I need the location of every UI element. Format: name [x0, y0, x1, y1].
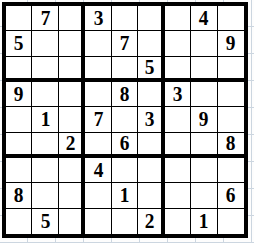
- cell-r1c2[interactable]: 7: [32, 6, 58, 31]
- given-digit: 2: [145, 210, 155, 232]
- cell-r4c8[interactable]: [191, 82, 217, 107]
- cell-r7c5[interactable]: [112, 158, 138, 183]
- cell-r9c4[interactable]: [85, 209, 111, 234]
- cell-r8c9[interactable]: 6: [218, 183, 244, 208]
- cell-r9c6[interactable]: 2: [138, 209, 164, 234]
- cell-r2c5[interactable]: 7: [112, 31, 138, 56]
- given-digit: 1: [199, 210, 209, 232]
- cell-r2c7[interactable]: [165, 31, 191, 56]
- given-digit: 1: [120, 184, 130, 206]
- cell-r9c2[interactable]: 5: [32, 209, 58, 234]
- cell-r7c2[interactable]: [32, 158, 58, 183]
- cell-r4c4[interactable]: [85, 82, 111, 107]
- cell-r5c3[interactable]: [59, 107, 85, 132]
- cell-r2c6[interactable]: [138, 31, 164, 56]
- cell-r7c8[interactable]: [191, 158, 217, 183]
- cell-r4c2[interactable]: [32, 82, 58, 107]
- cell-r3c7[interactable]: [165, 57, 191, 82]
- cell-r5c4[interactable]: 7: [85, 107, 111, 132]
- given-digit: 8: [14, 184, 24, 206]
- cell-r6c9[interactable]: 8: [218, 133, 244, 158]
- cell-r9c3[interactable]: [59, 209, 85, 234]
- cell-r8c6[interactable]: [138, 183, 164, 208]
- cell-r7c4[interactable]: 4: [85, 158, 111, 183]
- cell-r2c3[interactable]: [59, 31, 85, 56]
- given-digit: 8: [120, 83, 130, 105]
- cell-r5c2[interactable]: 1: [32, 107, 58, 132]
- cell-r4c7[interactable]: 3: [165, 82, 191, 107]
- cell-r4c3[interactable]: [59, 82, 85, 107]
- cell-r7c7[interactable]: [165, 158, 191, 183]
- given-digit: 7: [120, 32, 130, 54]
- cell-r2c1[interactable]: 5: [6, 31, 32, 56]
- cell-r5c8[interactable]: 9: [191, 107, 217, 132]
- cell-r5c9[interactable]: [218, 107, 244, 132]
- cell-r3c6[interactable]: 5: [138, 57, 164, 82]
- cell-r3c8[interactable]: [191, 57, 217, 82]
- given-digit: 3: [93, 7, 103, 29]
- cell-r7c1[interactable]: [6, 158, 32, 183]
- given-digit: 6: [120, 133, 130, 155]
- cell-r8c7[interactable]: [165, 183, 191, 208]
- cell-r6c4[interactable]: [85, 133, 111, 158]
- cell-r4c1[interactable]: 9: [6, 82, 32, 107]
- cell-r9c5[interactable]: [112, 209, 138, 234]
- given-digit: 5: [145, 57, 155, 79]
- cell-r5c5[interactable]: [112, 107, 138, 132]
- given-digit: 6: [226, 184, 236, 206]
- cell-r5c7[interactable]: [165, 107, 191, 132]
- cell-r4c5[interactable]: 8: [112, 82, 138, 107]
- cell-r8c2[interactable]: [32, 183, 58, 208]
- sudoku-page: 734579598317392684816521: [0, 0, 254, 243]
- cell-r1c9[interactable]: [218, 6, 244, 31]
- cell-r8c4[interactable]: [85, 183, 111, 208]
- cell-r1c1[interactable]: [6, 6, 32, 31]
- cell-r9c7[interactable]: [165, 209, 191, 234]
- cell-r6c3[interactable]: 2: [59, 133, 85, 158]
- cell-r8c8[interactable]: [191, 183, 217, 208]
- cell-r5c1[interactable]: [6, 107, 32, 132]
- given-digit: 5: [40, 210, 50, 232]
- cell-r6c6[interactable]: [138, 133, 164, 158]
- cell-r8c1[interactable]: 8: [6, 183, 32, 208]
- cell-r9c8[interactable]: 1: [191, 209, 217, 234]
- cell-r1c8[interactable]: 4: [191, 6, 217, 31]
- cell-r6c1[interactable]: [6, 133, 32, 158]
- cell-r8c5[interactable]: 1: [112, 183, 138, 208]
- given-digit: 4: [199, 7, 209, 29]
- cell-r3c1[interactable]: [6, 57, 32, 82]
- given-digit: 5: [14, 32, 24, 54]
- given-digit: 3: [145, 108, 155, 130]
- given-digit: 4: [93, 159, 103, 181]
- cell-r6c7[interactable]: [165, 133, 191, 158]
- cell-r6c8[interactable]: [191, 133, 217, 158]
- cell-r3c3[interactable]: [59, 57, 85, 82]
- cell-r1c5[interactable]: [112, 6, 138, 31]
- cell-r4c9[interactable]: [218, 82, 244, 107]
- given-digit: 9: [199, 108, 209, 130]
- given-digit: 8: [226, 133, 236, 155]
- cell-r2c9[interactable]: 9: [218, 31, 244, 56]
- cell-r2c4[interactable]: [85, 31, 111, 56]
- given-digit: 9: [14, 83, 24, 105]
- cell-r3c4[interactable]: [85, 57, 111, 82]
- given-digit: 7: [40, 7, 50, 29]
- cell-r7c6[interactable]: [138, 158, 164, 183]
- cell-r2c2[interactable]: [32, 31, 58, 56]
- cell-r4c6[interactable]: [138, 82, 164, 107]
- cell-r1c3[interactable]: [59, 6, 85, 31]
- given-digit: 2: [65, 133, 75, 155]
- given-digit: 9: [226, 32, 236, 54]
- given-digit: 3: [173, 83, 183, 105]
- cell-r1c6[interactable]: [138, 6, 164, 31]
- given-digit: 1: [40, 108, 50, 130]
- cell-r2c8[interactable]: [191, 31, 217, 56]
- cell-r3c2[interactable]: [32, 57, 58, 82]
- cell-r6c5[interactable]: 6: [112, 133, 138, 158]
- sudoku-board: 734579598317392684816521: [2, 2, 248, 238]
- cell-r9c9[interactable]: [218, 209, 244, 234]
- cell-r7c9[interactable]: [218, 158, 244, 183]
- cell-r3c5[interactable]: [112, 57, 138, 82]
- cell-r6c2[interactable]: [32, 133, 58, 158]
- cell-r9c1[interactable]: [6, 209, 32, 234]
- cell-r8c3[interactable]: [59, 183, 85, 208]
- cell-r3c9[interactable]: [218, 57, 244, 82]
- cell-r7c3[interactable]: [59, 158, 85, 183]
- cell-r1c7[interactable]: [165, 6, 191, 31]
- cell-r5c6[interactable]: 3: [138, 107, 164, 132]
- cell-r1c4[interactable]: 3: [85, 6, 111, 31]
- given-digit: 7: [93, 108, 103, 130]
